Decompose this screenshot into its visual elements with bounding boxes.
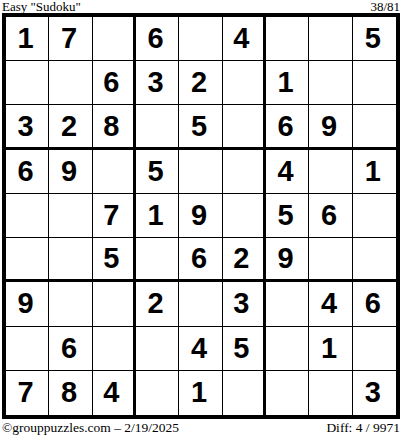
sudoku-cell-r5c1[interactable]	[6, 194, 49, 238]
sudoku-cell-r1c3[interactable]	[93, 17, 136, 61]
sudoku-cell-r9c5[interactable]: 1	[179, 371, 222, 415]
sudoku-cell-r4c7[interactable]: 4	[266, 150, 309, 194]
puzzle-title: Easy "Sudoku"	[2, 0, 81, 13]
sudoku-cell-r7c4[interactable]: 2	[136, 282, 179, 326]
sudoku-cell-r9c6[interactable]	[223, 371, 266, 415]
sudoku-cell-r1c5[interactable]	[179, 17, 222, 61]
sudoku-cell-r9c1[interactable]: 7	[6, 371, 49, 415]
sudoku-cell-r6c2[interactable]	[49, 238, 92, 282]
sudoku-cell-r3c2[interactable]: 2	[49, 105, 92, 149]
sudoku-cell-r7c9[interactable]: 6	[353, 282, 396, 326]
header: Easy "Sudoku" 38/81	[2, 0, 400, 13]
sudoku-cell-r5c6[interactable]	[223, 194, 266, 238]
sudoku-cell-r7c5[interactable]	[179, 282, 222, 326]
sudoku-page: Easy "Sudoku" 38/81 17645632132856969541…	[0, 0, 402, 437]
sudoku-cell-r3c4[interactable]	[136, 105, 179, 149]
sudoku-cell-r5c4[interactable]: 1	[136, 194, 179, 238]
sudoku-cell-r4c4[interactable]: 5	[136, 150, 179, 194]
sudoku-cell-r8c3[interactable]	[93, 327, 136, 371]
sudoku-cell-r8c9[interactable]	[353, 327, 396, 371]
sudoku-cell-r3c7[interactable]: 6	[266, 105, 309, 149]
sudoku-cell-r1c4[interactable]: 6	[136, 17, 179, 61]
sudoku-cell-r9c2[interactable]: 8	[49, 371, 92, 415]
copyright-text: ©grouppuzzles.com – 2/19/2025	[2, 421, 179, 435]
sudoku-cell-r8c4[interactable]	[136, 327, 179, 371]
sudoku-cell-r4c2[interactable]: 9	[49, 150, 92, 194]
sudoku-cell-r1c8[interactable]	[309, 17, 352, 61]
sudoku-cell-r6c5[interactable]: 6	[179, 238, 222, 282]
sudoku-cell-r5c7[interactable]: 5	[266, 194, 309, 238]
sudoku-cell-r4c8[interactable]	[309, 150, 352, 194]
sudoku-cell-r4c1[interactable]: 6	[6, 150, 49, 194]
sudoku-cell-r9c3[interactable]: 4	[93, 371, 136, 415]
sudoku-cell-r1c1[interactable]: 1	[6, 17, 49, 61]
sudoku-cell-r3c3[interactable]: 8	[93, 105, 136, 149]
sudoku-cell-r8c2[interactable]: 6	[49, 327, 92, 371]
sudoku-cell-r8c7[interactable]	[266, 327, 309, 371]
sudoku-cell-r4c3[interactable]	[93, 150, 136, 194]
sudoku-cell-r2c7[interactable]: 1	[266, 61, 309, 105]
sudoku-cell-r1c6[interactable]: 4	[223, 17, 266, 61]
sudoku-cell-r7c8[interactable]: 4	[309, 282, 352, 326]
sudoku-cell-r6c7[interactable]: 9	[266, 238, 309, 282]
sudoku-cell-r2c5[interactable]: 2	[179, 61, 222, 105]
empty-count: 38/81	[370, 0, 400, 13]
sudoku-cell-r5c9[interactable]	[353, 194, 396, 238]
sudoku-cell-r9c7[interactable]	[266, 371, 309, 415]
sudoku-cell-r2c1[interactable]	[6, 61, 49, 105]
sudoku-cell-r5c5[interactable]: 9	[179, 194, 222, 238]
sudoku-cell-r2c8[interactable]	[309, 61, 352, 105]
sudoku-cell-r8c6[interactable]: 5	[223, 327, 266, 371]
sudoku-cell-r4c5[interactable]	[179, 150, 222, 194]
sudoku-cell-r5c8[interactable]: 6	[309, 194, 352, 238]
sudoku-cell-r6c9[interactable]	[353, 238, 396, 282]
sudoku-cell-r7c3[interactable]	[93, 282, 136, 326]
sudoku-cell-r3c1[interactable]: 3	[6, 105, 49, 149]
sudoku-cell-r6c1[interactable]	[6, 238, 49, 282]
sudoku-cell-r9c8[interactable]	[309, 371, 352, 415]
sudoku-cell-r6c8[interactable]	[309, 238, 352, 282]
sudoku-cell-r9c9[interactable]: 3	[353, 371, 396, 415]
sudoku-cell-r3c5[interactable]: 5	[179, 105, 222, 149]
sudoku-cell-r1c9[interactable]: 5	[353, 17, 396, 61]
sudoku-cell-r7c6[interactable]: 3	[223, 282, 266, 326]
sudoku-cell-r2c9[interactable]	[353, 61, 396, 105]
sudoku-cell-r3c8[interactable]: 9	[309, 105, 352, 149]
sudoku-cell-r6c3[interactable]: 5	[93, 238, 136, 282]
sudoku-cell-r8c8[interactable]: 1	[309, 327, 352, 371]
sudoku-cell-r8c5[interactable]: 4	[179, 327, 222, 371]
sudoku-cell-r2c6[interactable]	[223, 61, 266, 105]
difficulty-text: Diff: 4 / 9971	[326, 421, 400, 435]
sudoku-cell-r7c2[interactable]	[49, 282, 92, 326]
sudoku-cell-r7c1[interactable]: 9	[6, 282, 49, 326]
sudoku-cell-r8c1[interactable]	[6, 327, 49, 371]
sudoku-cell-r7c7[interactable]	[266, 282, 309, 326]
sudoku-cell-r6c4[interactable]	[136, 238, 179, 282]
footer: ©grouppuzzles.com – 2/19/2025 Diff: 4 / …	[2, 421, 400, 435]
sudoku-cell-r4c9[interactable]: 1	[353, 150, 396, 194]
sudoku-cell-r2c3[interactable]: 6	[93, 61, 136, 105]
sudoku-board: 1764563213285696954171956562992346645178…	[2, 13, 400, 419]
sudoku-cell-r5c3[interactable]: 7	[93, 194, 136, 238]
sudoku-cell-r3c9[interactable]	[353, 105, 396, 149]
sudoku-cell-r9c4[interactable]	[136, 371, 179, 415]
sudoku-cell-r5c2[interactable]	[49, 194, 92, 238]
sudoku-cell-r1c7[interactable]	[266, 17, 309, 61]
sudoku-cell-r4c6[interactable]	[223, 150, 266, 194]
sudoku-cell-r3c6[interactable]	[223, 105, 266, 149]
sudoku-cell-r6c6[interactable]: 2	[223, 238, 266, 282]
sudoku-cell-r2c4[interactable]: 3	[136, 61, 179, 105]
sudoku-cell-r2c2[interactable]	[49, 61, 92, 105]
sudoku-cell-r1c2[interactable]: 7	[49, 17, 92, 61]
